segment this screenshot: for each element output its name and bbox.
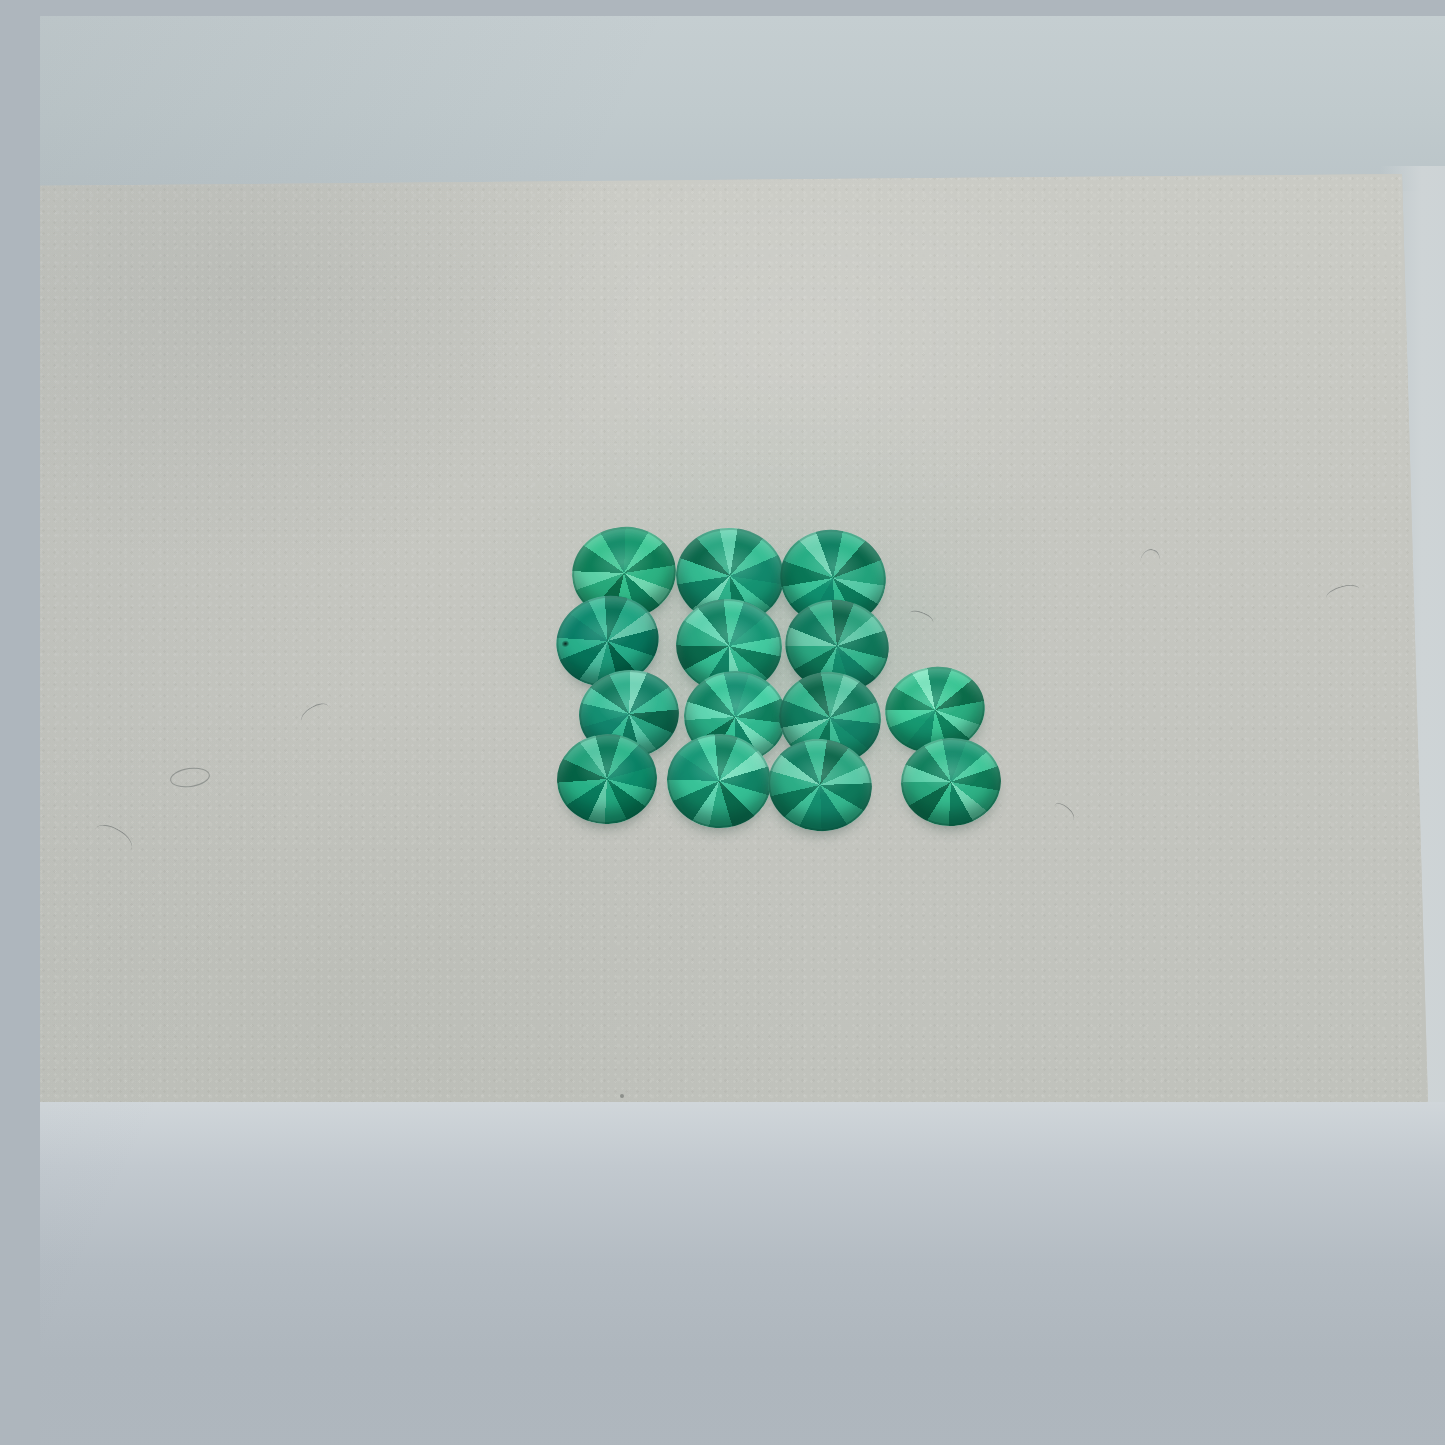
gem-inclusion-spot xyxy=(560,640,569,649)
tray-front-wall xyxy=(40,1102,1445,1445)
tissue-fiber xyxy=(620,1094,624,1098)
tray-back-wall xyxy=(40,16,1445,191)
gem-tray-photo xyxy=(40,16,1445,1445)
